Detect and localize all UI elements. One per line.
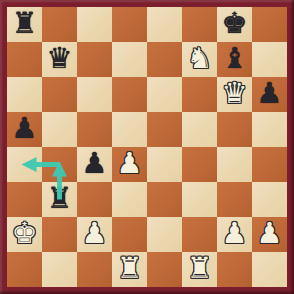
square-e1[interactable] (147, 252, 182, 287)
black-pawn[interactable]: ♟ (12, 112, 38, 146)
square-d2[interactable] (112, 217, 147, 252)
square-g1[interactable] (217, 252, 252, 287)
square-e4[interactable] (147, 147, 182, 182)
square-f6[interactable] (182, 77, 217, 112)
square-a3[interactable] (7, 182, 42, 217)
square-e3[interactable] (147, 182, 182, 217)
square-d7[interactable] (112, 42, 147, 77)
square-c4[interactable]: ♟ (77, 147, 112, 182)
chess-board: ♜♚♛♞♝♛♟♟♟♟♜♚♟♟♟♜♜ (7, 7, 287, 287)
black-rook[interactable]: ♜ (47, 182, 73, 216)
square-b1[interactable] (42, 252, 77, 287)
square-a7[interactable] (7, 42, 42, 77)
black-pawn[interactable]: ♟ (82, 147, 108, 181)
square-g4[interactable] (217, 147, 252, 182)
square-c7[interactable] (77, 42, 112, 77)
square-a8[interactable]: ♜ (7, 7, 42, 42)
white-rook[interactable]: ♜ (187, 252, 213, 286)
white-knight[interactable]: ♞ (187, 42, 213, 76)
square-d5[interactable] (112, 112, 147, 147)
square-e5[interactable] (147, 112, 182, 147)
black-pawn[interactable]: ♟ (257, 77, 283, 111)
square-c5[interactable] (77, 112, 112, 147)
square-a5[interactable]: ♟ (7, 112, 42, 147)
square-e2[interactable] (147, 217, 182, 252)
square-b4[interactable] (42, 147, 77, 182)
white-king[interactable]: ♚ (12, 217, 38, 251)
square-h3[interactable] (252, 182, 287, 217)
square-f5[interactable] (182, 112, 217, 147)
square-d6[interactable] (112, 77, 147, 112)
square-c6[interactable] (77, 77, 112, 112)
square-d4[interactable]: ♟ (112, 147, 147, 182)
square-a2[interactable]: ♚ (7, 217, 42, 252)
square-b6[interactable] (42, 77, 77, 112)
square-h2[interactable]: ♟ (252, 217, 287, 252)
white-pawn[interactable]: ♟ (82, 217, 108, 251)
square-c2[interactable]: ♟ (77, 217, 112, 252)
square-d1[interactable]: ♜ (112, 252, 147, 287)
square-f7[interactable]: ♞ (182, 42, 217, 77)
square-e7[interactable] (147, 42, 182, 77)
square-f2[interactable] (182, 217, 217, 252)
square-a1[interactable] (7, 252, 42, 287)
white-pawn[interactable]: ♟ (257, 217, 283, 251)
square-g8[interactable]: ♚ (217, 7, 252, 42)
square-h5[interactable] (252, 112, 287, 147)
white-pawn[interactable]: ♟ (222, 217, 248, 251)
square-c1[interactable] (77, 252, 112, 287)
square-g5[interactable] (217, 112, 252, 147)
square-h1[interactable] (252, 252, 287, 287)
square-f1[interactable]: ♜ (182, 252, 217, 287)
square-g7[interactable]: ♝ (217, 42, 252, 77)
square-c3[interactable] (77, 182, 112, 217)
square-f4[interactable] (182, 147, 217, 182)
square-b8[interactable] (42, 7, 77, 42)
square-h6[interactable]: ♟ (252, 77, 287, 112)
black-rook[interactable]: ♜ (12, 7, 38, 41)
square-h4[interactable] (252, 147, 287, 182)
white-queen[interactable]: ♛ (222, 77, 248, 111)
square-b2[interactable] (42, 217, 77, 252)
square-g2[interactable]: ♟ (217, 217, 252, 252)
square-d3[interactable] (112, 182, 147, 217)
square-f3[interactable] (182, 182, 217, 217)
black-king[interactable]: ♚ (222, 7, 248, 41)
square-d8[interactable] (112, 7, 147, 42)
square-e8[interactable] (147, 7, 182, 42)
white-pawn[interactable]: ♟ (117, 147, 143, 181)
square-g6[interactable]: ♛ (217, 77, 252, 112)
square-a6[interactable] (7, 77, 42, 112)
square-b7[interactable]: ♛ (42, 42, 77, 77)
square-a4[interactable] (7, 147, 42, 182)
white-rook[interactable]: ♜ (117, 252, 143, 286)
square-g3[interactable] (217, 182, 252, 217)
black-queen[interactable]: ♛ (47, 42, 73, 76)
square-f8[interactable] (182, 7, 217, 42)
square-c8[interactable] (77, 7, 112, 42)
square-b3[interactable]: ♜ (42, 182, 77, 217)
chess-board-frame: ♜♚♛♞♝♛♟♟♟♟♜♚♟♟♟♜♜ (0, 0, 294, 294)
black-bishop[interactable]: ♝ (222, 42, 248, 76)
square-b5[interactable] (42, 112, 77, 147)
square-h8[interactable] (252, 7, 287, 42)
square-h7[interactable] (252, 42, 287, 77)
square-e6[interactable] (147, 77, 182, 112)
